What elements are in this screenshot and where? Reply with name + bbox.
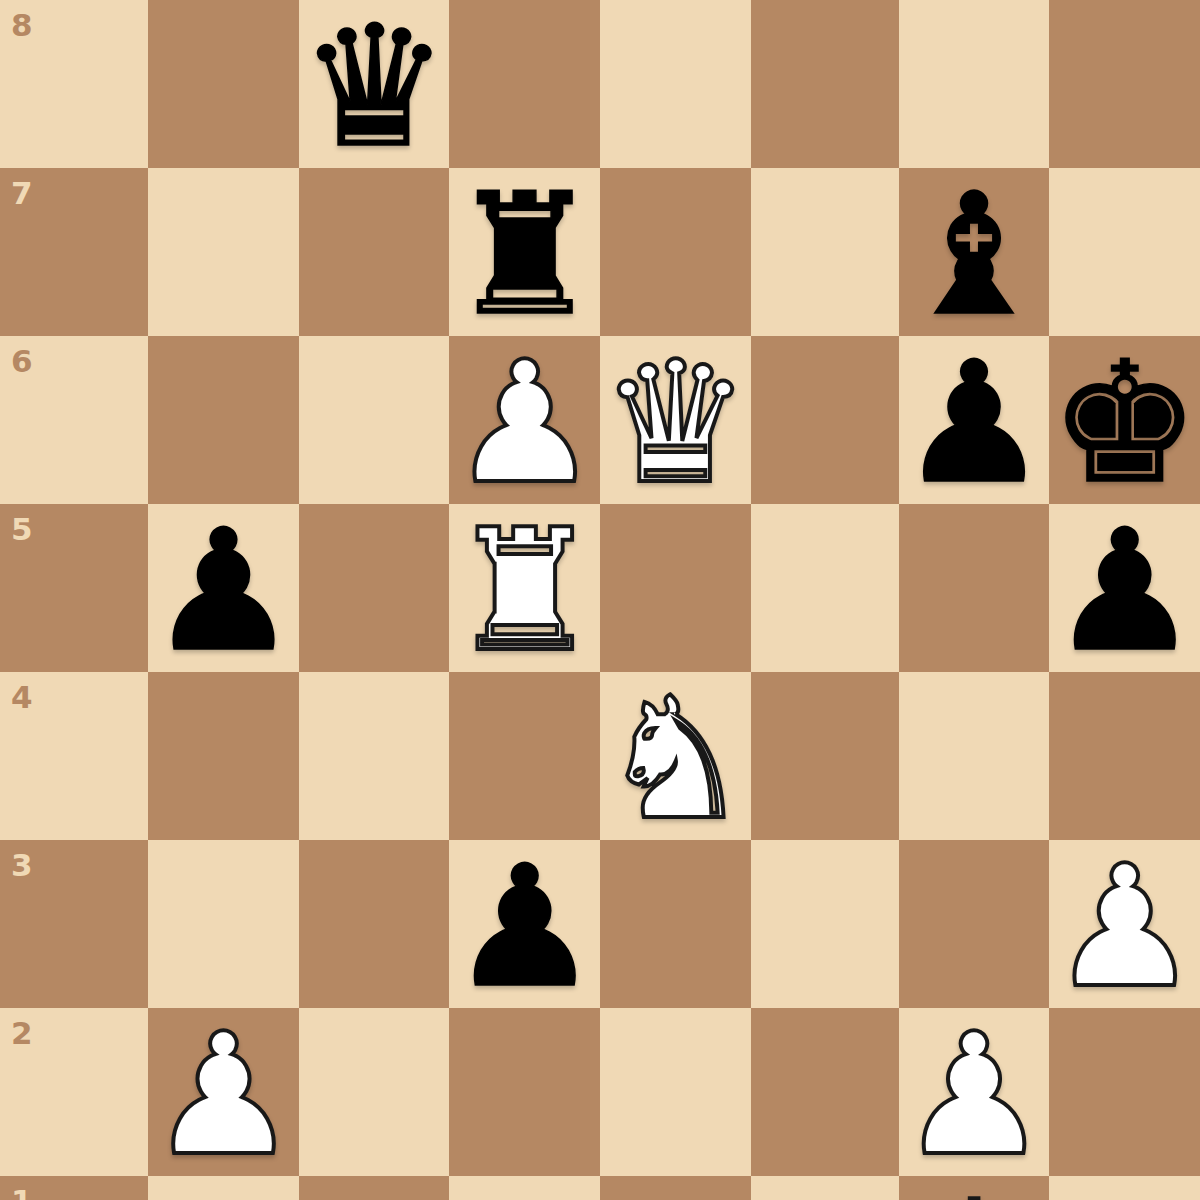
piece-white-queen[interactable]: ♛	[600, 339, 751, 507]
square-h7[interactable]	[1049, 168, 1200, 336]
square-b7[interactable]	[148, 168, 299, 336]
square-d3[interactable]: ♟	[449, 840, 600, 1008]
square-e5[interactable]	[600, 504, 751, 672]
square-f4[interactable]	[751, 672, 899, 840]
square-h6[interactable]: ♚	[1049, 336, 1200, 504]
square-f2[interactable]	[751, 1008, 899, 1176]
square-a3[interactable]: 3	[0, 840, 148, 1008]
square-f8[interactable]	[751, 0, 899, 168]
piece-black-pawn[interactable]: ♟	[899, 339, 1050, 507]
square-a6[interactable]: 6	[0, 336, 148, 504]
square-d8[interactable]	[449, 0, 600, 168]
rank-label-5: 5	[11, 514, 33, 545]
square-c7[interactable]	[299, 168, 450, 336]
square-g1[interactable]: g♚	[899, 1176, 1050, 1200]
square-b5[interactable]: ♟	[148, 504, 299, 672]
piece-white-knight[interactable]: ♞	[600, 675, 751, 843]
piece-white-pawn[interactable]: ♟	[899, 1011, 1050, 1179]
rank-label-6: 6	[11, 346, 33, 377]
square-f6[interactable]	[751, 336, 899, 504]
square-c8[interactable]: ♛	[299, 0, 450, 168]
piece-white-pawn[interactable]: ♟	[148, 1011, 299, 1179]
square-b1[interactable]: b	[148, 1176, 299, 1200]
square-d6[interactable]: ♟	[449, 336, 600, 504]
square-f5[interactable]	[751, 504, 899, 672]
square-b8[interactable]	[148, 0, 299, 168]
square-b6[interactable]	[148, 336, 299, 504]
square-d1[interactable]: d	[449, 1176, 600, 1200]
rank-label-7: 7	[11, 178, 33, 209]
square-e6[interactable]: ♛	[600, 336, 751, 504]
square-g7[interactable]: ♝	[899, 168, 1050, 336]
square-g8[interactable]	[899, 0, 1050, 168]
square-h5[interactable]: ♟	[1049, 504, 1200, 672]
square-e1[interactable]: e	[600, 1176, 751, 1200]
square-d4[interactable]	[449, 672, 600, 840]
square-a8[interactable]: 8	[0, 0, 148, 168]
square-c4[interactable]	[299, 672, 450, 840]
square-a1[interactable]: 1a	[0, 1176, 148, 1200]
square-d7[interactable]: ♜	[449, 168, 600, 336]
square-f7[interactable]	[751, 168, 899, 336]
square-h1[interactable]: h	[1049, 1176, 1200, 1200]
rank-label-2: 2	[11, 1018, 33, 1049]
rank-label-3: 3	[11, 850, 33, 881]
piece-black-pawn[interactable]: ♟	[148, 507, 299, 675]
square-e4[interactable]: ♞	[600, 672, 751, 840]
square-c1[interactable]: c	[299, 1176, 450, 1200]
square-e3[interactable]	[600, 840, 751, 1008]
square-c3[interactable]	[299, 840, 450, 1008]
square-g5[interactable]	[899, 504, 1050, 672]
square-d5[interactable]: ♜	[449, 504, 600, 672]
square-c5[interactable]	[299, 504, 450, 672]
square-b4[interactable]	[148, 672, 299, 840]
piece-black-queen[interactable]: ♛	[299, 3, 450, 171]
piece-white-rook[interactable]: ♜	[449, 507, 600, 675]
piece-black-pawn[interactable]: ♟	[449, 843, 600, 1011]
piece-white-pawn[interactable]: ♟	[1049, 843, 1200, 1011]
square-a4[interactable]: 4	[0, 672, 148, 840]
square-a2[interactable]: 2	[0, 1008, 148, 1176]
square-h8[interactable]	[1049, 0, 1200, 168]
piece-black-bishop[interactable]: ♝	[899, 171, 1050, 339]
rank-label-4: 4	[11, 682, 33, 713]
square-a7[interactable]: 7	[0, 168, 148, 336]
rank-label-1: 1	[11, 1186, 33, 1200]
piece-black-pawn[interactable]: ♟	[1049, 507, 1200, 675]
piece-black-rook[interactable]: ♜	[449, 171, 600, 339]
square-c2[interactable]	[299, 1008, 450, 1176]
square-g3[interactable]	[899, 840, 1050, 1008]
chess-board: 8♛7♜♝6♟♛♟♚5♟♜♟4♞3♟♟2♟♟1abcdefg♚h	[0, 0, 1200, 1200]
rank-label-8: 8	[11, 10, 33, 41]
square-e8[interactable]	[600, 0, 751, 168]
piece-black-king[interactable]: ♚	[1049, 339, 1200, 507]
square-f3[interactable]	[751, 840, 899, 1008]
square-f1[interactable]: f	[751, 1176, 899, 1200]
square-c6[interactable]	[299, 336, 450, 504]
square-a5[interactable]: 5	[0, 504, 148, 672]
square-b2[interactable]: ♟	[148, 1008, 299, 1176]
square-h4[interactable]	[1049, 672, 1200, 840]
square-d2[interactable]	[449, 1008, 600, 1176]
square-h2[interactable]	[1049, 1008, 1200, 1176]
piece-white-king[interactable]: ♚	[899, 1179, 1050, 1200]
square-g4[interactable]	[899, 672, 1050, 840]
square-g2[interactable]: ♟	[899, 1008, 1050, 1176]
square-e7[interactable]	[600, 168, 751, 336]
square-g6[interactable]: ♟	[899, 336, 1050, 504]
square-b3[interactable]	[148, 840, 299, 1008]
square-h3[interactable]: ♟	[1049, 840, 1200, 1008]
square-e2[interactable]	[600, 1008, 751, 1176]
piece-white-pawn[interactable]: ♟	[449, 339, 600, 507]
